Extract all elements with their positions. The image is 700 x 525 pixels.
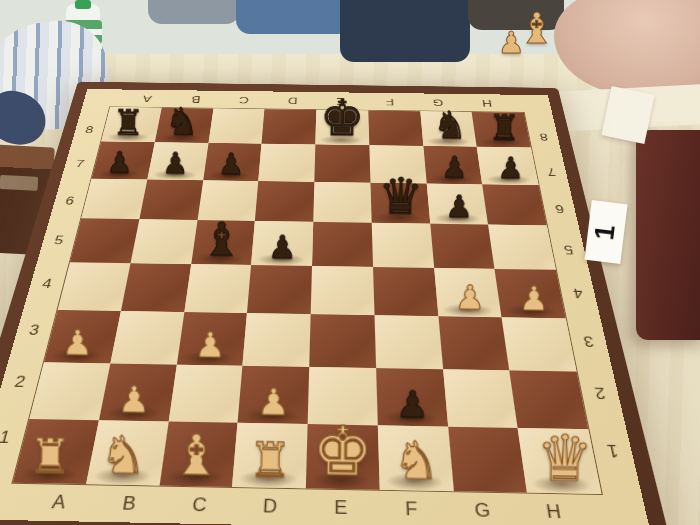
- black-queen-f6[interactable]: ♛: [378, 171, 423, 221]
- square-c3[interactable]: ♟: [176, 312, 247, 365]
- file-label-bottom-E: E: [305, 489, 377, 525]
- black-pawn-f2[interactable]: ♟: [396, 386, 430, 423]
- square-f3[interactable]: [374, 315, 442, 369]
- board-frame: ABCDEFGH ABCDEFGH 87654321 87654321 ♜♞♚♞…: [0, 89, 651, 525]
- white-pawn-b2[interactable]: ♟: [117, 381, 150, 418]
- square-h1[interactable]: ♛: [518, 428, 602, 494]
- square-g3[interactable]: [438, 316, 510, 370]
- square-c5[interactable]: ♝: [191, 220, 255, 265]
- black-rook-a8[interactable]: ♜: [113, 105, 145, 141]
- white-pawn-a3[interactable]: ♟: [62, 325, 94, 360]
- black-pawn-b7[interactable]: ♟: [162, 148, 189, 178]
- file-label-bottom-F: F: [376, 491, 449, 525]
- file-label-bottom-C: C: [162, 487, 236, 525]
- square-a8[interactable]: ♜: [101, 107, 161, 142]
- square-c4[interactable]: [184, 264, 251, 313]
- square-a2[interactable]: [29, 362, 110, 421]
- file-label-top-G: G: [413, 93, 464, 111]
- white-pawn-d2[interactable]: ♟: [256, 384, 289, 421]
- file-label-bottom-D: D: [233, 488, 306, 525]
- captured-white-bishop[interactable]: ♝: [518, 8, 556, 50]
- square-h5[interactable]: [488, 225, 556, 270]
- rank-label-right-5: 5: [548, 228, 589, 271]
- square-b6[interactable]: [139, 179, 203, 220]
- photo-scene: ABCDEFGH ABCDEFGH 87654321 87654321 ♜♞♚♞…: [0, 0, 700, 525]
- file-label-top-B: B: [170, 90, 221, 108]
- square-b7[interactable]: ♟: [147, 142, 208, 180]
- playing-squares: ♜♞♚♞♜♟♟♟♟♟♛♟♝♟♟♟♟♟♟♟♟♜♞♝♜♚♞♛: [11, 106, 603, 495]
- square-f5[interactable]: [371, 223, 433, 268]
- black-knight-g8[interactable]: ♞: [433, 106, 468, 144]
- square-d3[interactable]: [243, 313, 311, 367]
- file-label-top-H: H: [461, 94, 513, 112]
- square-a7[interactable]: ♟: [92, 141, 155, 179]
- square-g6[interactable]: ♟: [426, 183, 488, 224]
- file-label-top-C: C: [219, 91, 269, 109]
- square-h8[interactable]: ♜: [472, 112, 531, 147]
- square-a1[interactable]: ♜: [13, 419, 99, 484]
- file-label-top-A: A: [121, 90, 173, 108]
- square-b5[interactable]: [130, 219, 197, 264]
- white-pawn-g4[interactable]: ♟: [455, 280, 486, 314]
- square-g1[interactable]: [448, 427, 528, 493]
- square-d2[interactable]: ♟: [238, 365, 309, 424]
- square-d1[interactable]: ♜: [232, 423, 307, 488]
- white-pawn-c3[interactable]: ♟: [194, 327, 226, 362]
- rank-label-right-8: 8: [526, 120, 561, 154]
- square-b4[interactable]: [121, 263, 191, 312]
- square-b2[interactable]: ♟: [99, 363, 177, 422]
- black-pawn-a7[interactable]: ♟: [107, 147, 134, 177]
- black-pawn-g6[interactable]: ♟: [445, 191, 473, 222]
- table-number-card: 1: [584, 200, 627, 264]
- file-label-bottom-A: A: [19, 484, 97, 522]
- file-label-bottom-B: B: [90, 485, 166, 523]
- black-pawn-d5[interactable]: ♟: [267, 231, 296, 263]
- square-d5[interactable]: ♟: [251, 221, 313, 266]
- black-pawn-c7[interactable]: ♟: [218, 149, 245, 179]
- square-f1[interactable]: ♞: [378, 426, 454, 492]
- square-d4[interactable]: [247, 265, 312, 314]
- file-label-top-D: D: [267, 91, 316, 109]
- square-h3[interactable]: [502, 317, 577, 371]
- square-c2[interactable]: [168, 364, 243, 423]
- square-e4[interactable]: [311, 266, 375, 315]
- square-f2[interactable]: ♟: [376, 368, 448, 427]
- white-rook-d1[interactable]: ♜: [248, 436, 292, 485]
- square-e8[interactable]: ♚: [315, 110, 369, 145]
- square-g4[interactable]: ♟: [434, 268, 502, 317]
- white-bishop-c1[interactable]: ♝: [171, 427, 221, 483]
- square-f8[interactable]: [368, 110, 423, 145]
- square-e7[interactable]: [314, 144, 370, 182]
- square-g5[interactable]: [430, 224, 495, 269]
- square-e6[interactable]: [313, 182, 371, 223]
- square-h2[interactable]: [509, 370, 588, 429]
- white-king-e1[interactable]: ♚: [312, 417, 374, 486]
- file-label-top-E: E: [316, 92, 365, 110]
- square-d7[interactable]: [259, 144, 316, 182]
- file-label-bottom-G: G: [446, 492, 521, 525]
- file-label-bottom-H: H: [516, 493, 593, 525]
- square-c8[interactable]: [208, 108, 265, 143]
- square-g2[interactable]: [443, 369, 518, 428]
- rank-label-right-7: 7: [533, 153, 570, 189]
- table-number: 1: [590, 223, 623, 242]
- square-g7[interactable]: ♟: [423, 146, 482, 184]
- square-g8[interactable]: ♞: [420, 111, 477, 146]
- white-queen-h1[interactable]: ♛: [535, 426, 593, 490]
- square-c1[interactable]: ♝: [159, 422, 238, 487]
- white-pawn-h4[interactable]: ♟: [518, 281, 549, 315]
- square-b1[interactable]: ♞: [86, 421, 168, 486]
- square-e1[interactable]: ♚: [306, 424, 380, 489]
- white-knight-f1[interactable]: ♞: [393, 435, 440, 488]
- file-label-top-F: F: [365, 93, 414, 111]
- square-h4[interactable]: ♟: [495, 269, 566, 318]
- square-f6[interactable]: ♛: [370, 182, 430, 223]
- board-stage: ABCDEFGH ABCDEFGH 87654321 87654321 ♜♞♚♞…: [0, 0, 700, 525]
- square-e3[interactable]: [309, 314, 376, 368]
- black-knight-b8[interactable]: ♞: [165, 103, 199, 141]
- white-rook-a1[interactable]: ♜: [29, 432, 73, 481]
- black-pawn-h7[interactable]: ♟: [497, 153, 524, 183]
- square-e5[interactable]: [312, 222, 373, 267]
- rank-label-right-6: 6: [540, 189, 579, 228]
- square-a3[interactable]: ♟: [44, 310, 121, 363]
- black-pawn-g7[interactable]: ♟: [441, 152, 468, 182]
- square-f4[interactable]: [373, 267, 438, 316]
- square-a5[interactable]: [70, 219, 139, 264]
- square-c7[interactable]: ♟: [203, 143, 262, 181]
- square-b3[interactable]: [110, 311, 184, 364]
- chess-board: ABCDEFGH ABCDEFGH 87654321 87654321 ♜♞♚♞…: [0, 82, 673, 525]
- square-a6[interactable]: [81, 178, 147, 219]
- white-knight-b1[interactable]: ♞: [100, 429, 147, 482]
- square-d6[interactable]: [255, 181, 314, 222]
- black-rook-h8[interactable]: ♜: [488, 110, 520, 146]
- square-h6[interactable]: [482, 184, 546, 226]
- black-bishop-c5[interactable]: ♝: [201, 216, 243, 262]
- square-d8[interactable]: [262, 109, 317, 144]
- square-a4[interactable]: [58, 262, 131, 311]
- square-h7[interactable]: ♟: [477, 147, 539, 185]
- square-b8[interactable]: ♞: [155, 108, 213, 143]
